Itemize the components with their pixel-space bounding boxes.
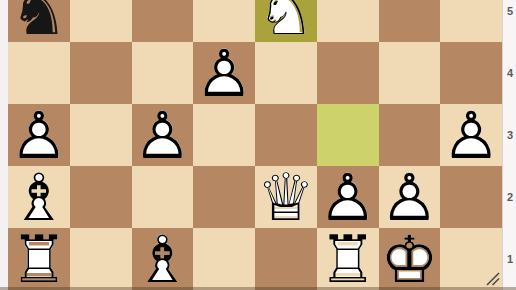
piece-outline-glyph: ♗	[132, 228, 194, 290]
piece-outline-glyph: ♙	[193, 42, 255, 104]
white-pawn[interactable]: ♟♙	[8, 104, 70, 166]
square-e4[interactable]	[255, 42, 317, 104]
square-d2[interactable]	[193, 166, 255, 228]
piece-outline-glyph: ♙	[8, 104, 70, 166]
square-g4[interactable]	[379, 42, 441, 104]
square-d4[interactable]: ♟♙	[193, 42, 255, 104]
rank-label-5: 5	[503, 5, 516, 17]
square-a1[interactable]: ♜♖	[8, 228, 70, 290]
white-knight[interactable]: ♞♘	[255, 0, 317, 42]
white-pawn[interactable]: ♟♙	[379, 166, 441, 228]
square-f1[interactable]: ♜♖	[317, 228, 379, 290]
square-a4[interactable]	[8, 42, 70, 104]
piece-outline-glyph: ♖	[8, 228, 70, 290]
piece-fill-glyph: ♟	[317, 166, 379, 228]
rank-label-2: 2	[503, 191, 516, 203]
board-resize-handle-icon[interactable]	[486, 272, 500, 286]
rank-label-1: 1	[503, 253, 516, 265]
square-d1[interactable]	[193, 228, 255, 290]
piece-fill-glyph: ♝	[132, 228, 194, 290]
square-b4[interactable]	[70, 42, 132, 104]
square-b2[interactable]	[70, 166, 132, 228]
piece-glyph: ♞	[8, 0, 70, 42]
rank-label-3: 3	[503, 129, 516, 141]
square-e2[interactable]: ♛♕	[255, 166, 317, 228]
left-gutter	[0, 0, 8, 290]
square-c1[interactable]: ♝♗	[132, 228, 194, 290]
square-e1[interactable]	[255, 228, 317, 290]
piece-fill-glyph: ♟	[379, 166, 441, 228]
chess-board-viewport: ♞♞♘♟♙♟♙♟♙♟♙♝♗♛♕♟♙♟♙♜♖♝♗♜♖♚♔ 54321	[0, 0, 516, 290]
square-g3[interactable]	[379, 104, 441, 166]
square-f3[interactable]	[317, 104, 379, 166]
piece-fill-glyph: ♟	[440, 104, 502, 166]
piece-fill-glyph: ♟	[132, 104, 194, 166]
white-queen[interactable]: ♛♕	[255, 166, 317, 228]
piece-outline-glyph: ♖	[317, 228, 379, 290]
square-a3[interactable]: ♟♙	[8, 104, 70, 166]
square-c4[interactable]	[132, 42, 194, 104]
white-pawn[interactable]: ♟♙	[132, 104, 194, 166]
square-a2[interactable]: ♝♗	[8, 166, 70, 228]
piece-fill-glyph: ♝	[8, 166, 70, 228]
square-f5[interactable]	[317, 0, 379, 42]
white-pawn[interactable]: ♟♙	[440, 104, 502, 166]
piece-outline-glyph: ♗	[8, 166, 70, 228]
piece-fill-glyph: ♜	[317, 228, 379, 290]
square-c5[interactable]	[132, 0, 194, 42]
square-d3[interactable]	[193, 104, 255, 166]
square-g5[interactable]	[379, 0, 441, 42]
square-g1[interactable]: ♚♔	[379, 228, 441, 290]
piece-outline-glyph: ♔	[379, 228, 441, 290]
square-g2[interactable]: ♟♙	[379, 166, 441, 228]
white-bishop[interactable]: ♝♗	[132, 228, 194, 290]
rank-coordinates-strip: 54321	[502, 0, 516, 290]
chess-board: ♞♞♘♟♙♟♙♟♙♟♙♝♗♛♕♟♙♟♙♜♖♝♗♜♖♚♔	[8, 0, 502, 290]
piece-fill-glyph: ♚	[379, 228, 441, 290]
square-e3[interactable]	[255, 104, 317, 166]
rank-label-4: 4	[503, 67, 516, 79]
square-f2[interactable]: ♟♙	[317, 166, 379, 228]
piece-outline-glyph: ♙	[379, 166, 441, 228]
piece-fill-glyph: ♟	[193, 42, 255, 104]
piece-outline-glyph: ♕	[255, 166, 317, 228]
square-b5[interactable]	[70, 0, 132, 42]
square-e5[interactable]: ♞♘	[255, 0, 317, 42]
piece-fill-glyph: ♛	[255, 166, 317, 228]
square-c2[interactable]	[132, 166, 194, 228]
square-d5[interactable]	[193, 0, 255, 42]
square-c3[interactable]: ♟♙	[132, 104, 194, 166]
white-king[interactable]: ♚♔	[379, 228, 441, 290]
piece-fill-glyph: ♜	[8, 228, 70, 290]
white-pawn[interactable]: ♟♙	[317, 166, 379, 228]
white-bishop[interactable]: ♝♗	[8, 166, 70, 228]
piece-outline-glyph: ♙	[440, 104, 502, 166]
piece-fill-glyph: ♞	[255, 0, 317, 42]
square-b3[interactable]	[70, 104, 132, 166]
square-f4[interactable]	[317, 42, 379, 104]
piece-outline-glyph: ♘	[255, 0, 317, 42]
piece-outline-glyph: ♙	[317, 166, 379, 228]
piece-outline-glyph: ♙	[132, 104, 194, 166]
piece-fill-glyph: ♟	[8, 104, 70, 166]
square-b1[interactable]	[70, 228, 132, 290]
square-h3[interactable]: ♟♙	[440, 104, 502, 166]
white-pawn[interactable]: ♟♙	[193, 42, 255, 104]
white-rook[interactable]: ♜♖	[8, 228, 70, 290]
square-h5[interactable]	[440, 0, 502, 42]
white-rook[interactable]: ♜♖	[317, 228, 379, 290]
black-knight[interactable]: ♞	[8, 0, 70, 42]
square-h2[interactable]	[440, 166, 502, 228]
square-a5[interactable]: ♞	[8, 0, 70, 42]
square-h4[interactable]	[440, 42, 502, 104]
